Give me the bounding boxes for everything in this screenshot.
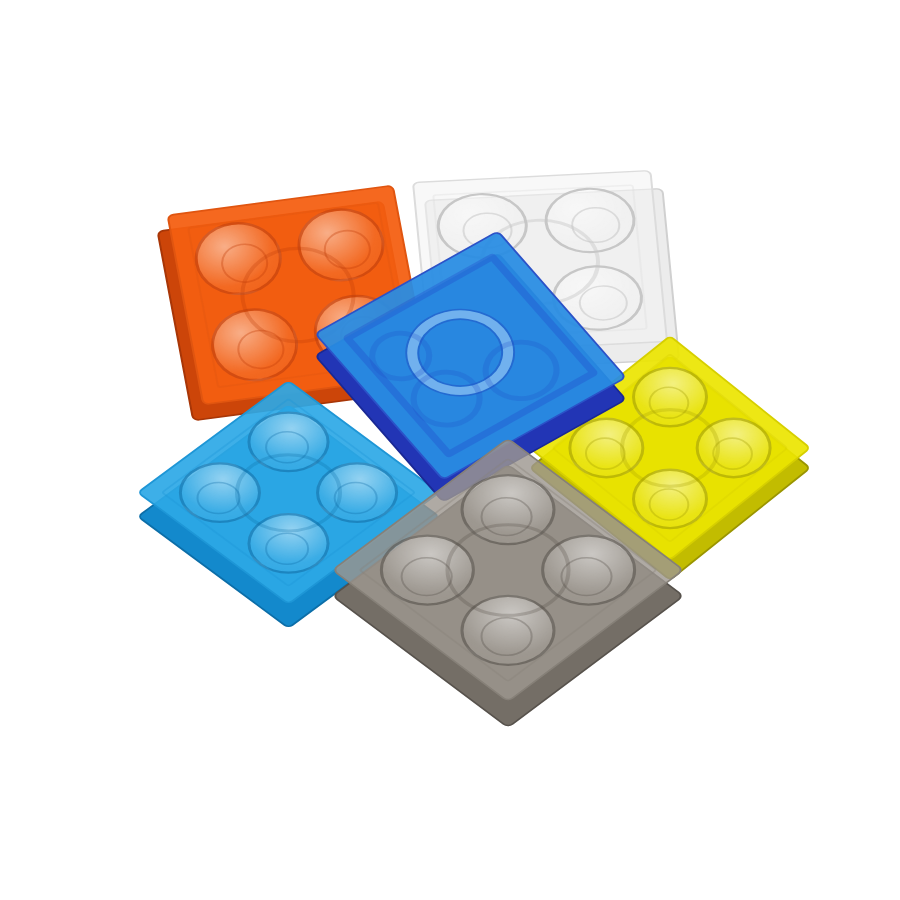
product-photo: [0, 0, 900, 900]
stud-inner-ring: [640, 482, 697, 528]
stud-inner-ring: [470, 609, 543, 664]
